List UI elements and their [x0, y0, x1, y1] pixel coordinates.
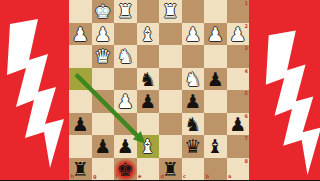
- square-d7[interactable]: [159, 135, 182, 158]
- file-label-b: b: [206, 174, 210, 179]
- square-g5[interactable]: [92, 90, 115, 113]
- square-g4[interactable]: [92, 68, 115, 91]
- square-a5[interactable]: 5: [227, 90, 250, 113]
- piece-white-knight[interactable]: ♞: [114, 45, 137, 68]
- piece-black-knight[interactable]: ♞: [137, 68, 160, 91]
- right-red-panel: [249, 0, 320, 180]
- piece-white-pawn[interactable]: ♟: [227, 23, 250, 46]
- square-c4[interactable]: ♞: [182, 68, 205, 91]
- piece-black-knight[interactable]: ♞: [182, 113, 205, 136]
- file-label-a: a: [228, 174, 231, 179]
- square-h6[interactable]: ♟: [69, 113, 92, 136]
- chess-board: ♚♜♜1♟♟♝♟♟♟2♛♞3♞♞♟4♟♟♟5♟♞♟6♟♟♝♛♝7♜hg♚fe♜d…: [69, 0, 249, 180]
- piece-white-pawn[interactable]: ♟: [182, 23, 205, 46]
- square-f1[interactable]: ♜: [114, 0, 137, 23]
- square-f3[interactable]: ♞: [114, 45, 137, 68]
- piece-white-pawn[interactable]: ♟: [204, 23, 227, 46]
- piece-white-bishop[interactable]: ♝: [137, 23, 160, 46]
- square-g7[interactable]: ♟: [92, 135, 115, 158]
- square-e2[interactable]: ♝: [137, 23, 160, 46]
- square-f4[interactable]: [114, 68, 137, 91]
- rank-label-4: 4: [245, 69, 248, 74]
- square-f8[interactable]: ♚f: [114, 158, 137, 181]
- square-f7[interactable]: ♟: [114, 135, 137, 158]
- square-e4[interactable]: ♞: [137, 68, 160, 91]
- file-label-e: e: [138, 174, 141, 179]
- square-a6[interactable]: ♟6: [227, 113, 250, 136]
- square-f6[interactable]: [114, 113, 137, 136]
- piece-white-rook[interactable]: ♜: [114, 0, 137, 23]
- square-c7[interactable]: ♛: [182, 135, 205, 158]
- square-d2[interactable]: [159, 23, 182, 46]
- square-a1[interactable]: 1: [227, 0, 250, 23]
- square-h8[interactable]: ♜h: [69, 158, 92, 181]
- piece-white-pawn[interactable]: ♟: [69, 23, 92, 46]
- square-d3[interactable]: [159, 45, 182, 68]
- rank-label-7: 7: [245, 136, 248, 141]
- square-a3[interactable]: 3: [227, 45, 250, 68]
- square-g8[interactable]: g: [92, 158, 115, 181]
- piece-white-rook[interactable]: ♜: [159, 0, 182, 23]
- square-e5[interactable]: ♟: [137, 90, 160, 113]
- square-a2[interactable]: ♟2: [227, 23, 250, 46]
- square-e1[interactable]: [137, 0, 160, 23]
- piece-black-bishop[interactable]: ♝: [204, 135, 227, 158]
- square-a7[interactable]: 7: [227, 135, 250, 158]
- piece-white-pawn[interactable]: ♟: [92, 23, 115, 46]
- piece-white-pawn[interactable]: ♟: [114, 90, 137, 113]
- square-d8[interactable]: ♜d: [159, 158, 182, 181]
- square-b7[interactable]: ♝: [204, 135, 227, 158]
- left-red-panel: [0, 0, 69, 180]
- square-a8[interactable]: 8a: [227, 158, 250, 181]
- piece-black-pawn[interactable]: ♟: [182, 90, 205, 113]
- video-thumbnail-stage: ♚♜♜1♟♟♝♟♟♟2♛♞3♞♞♟4♟♟♟5♟♞♟6♟♟♝♛♝7♜hg♚fe♜d…: [0, 0, 320, 180]
- piece-black-rook[interactable]: ♜: [159, 158, 182, 181]
- rank-label-3: 3: [245, 46, 248, 51]
- piece-black-pawn[interactable]: ♟: [137, 90, 160, 113]
- square-g6[interactable]: [92, 113, 115, 136]
- piece-black-pawn[interactable]: ♟: [227, 113, 250, 136]
- piece-black-king[interactable]: ♚: [114, 158, 137, 181]
- square-g3[interactable]: ♛: [92, 45, 115, 68]
- rank-label-1: 1: [245, 1, 248, 6]
- square-c3[interactable]: [182, 45, 205, 68]
- square-e3[interactable]: [137, 45, 160, 68]
- square-a4[interactable]: 4: [227, 68, 250, 91]
- piece-white-king[interactable]: ♚: [92, 0, 115, 23]
- piece-black-pawn[interactable]: ♟: [204, 68, 227, 91]
- square-c2[interactable]: ♟: [182, 23, 205, 46]
- square-b4[interactable]: ♟: [204, 68, 227, 91]
- piece-black-pawn[interactable]: ♟: [114, 135, 137, 158]
- rank-label-8: 8: [245, 159, 248, 164]
- piece-white-bishop[interactable]: ♝: [137, 135, 160, 158]
- square-f5[interactable]: ♟: [114, 90, 137, 113]
- square-d5[interactable]: [159, 90, 182, 113]
- square-h4[interactable]: [69, 68, 92, 91]
- square-h5[interactable]: [69, 90, 92, 113]
- square-c8[interactable]: c: [182, 158, 205, 181]
- square-d4[interactable]: [159, 68, 182, 91]
- square-h1[interactable]: [69, 0, 92, 23]
- square-b8[interactable]: b: [204, 158, 227, 181]
- square-f2[interactable]: [114, 23, 137, 46]
- file-label-g: g: [93, 174, 97, 179]
- square-c6[interactable]: ♞: [182, 113, 205, 136]
- square-h7[interactable]: [69, 135, 92, 158]
- piece-white-queen[interactable]: ♛: [92, 45, 115, 68]
- square-e7[interactable]: ♝: [137, 135, 160, 158]
- rank-label-5: 5: [245, 91, 248, 96]
- piece-black-pawn[interactable]: ♟: [92, 135, 115, 158]
- piece-black-queen[interactable]: ♛: [182, 135, 205, 158]
- square-b6[interactable]: [204, 113, 227, 136]
- piece-black-rook[interactable]: ♜: [69, 158, 92, 181]
- square-h3[interactable]: [69, 45, 92, 68]
- square-e8[interactable]: e: [137, 158, 160, 181]
- square-g1[interactable]: ♚: [92, 0, 115, 23]
- square-b2[interactable]: ♟: [204, 23, 227, 46]
- square-d6[interactable]: [159, 113, 182, 136]
- file-label-c: c: [183, 174, 186, 179]
- square-c5[interactable]: ♟: [182, 90, 205, 113]
- square-b5[interactable]: [204, 90, 227, 113]
- square-d1[interactable]: ♜: [159, 0, 182, 23]
- square-b3[interactable]: [204, 45, 227, 68]
- square-b1[interactable]: [204, 0, 227, 23]
- piece-white-knight[interactable]: ♞: [182, 68, 205, 91]
- square-h2[interactable]: ♟: [69, 23, 92, 46]
- lightning-bolt-right-icon: [249, 0, 320, 180]
- square-c1[interactable]: [182, 0, 205, 23]
- square-e6[interactable]: [137, 113, 160, 136]
- piece-black-pawn[interactable]: ♟: [69, 113, 92, 136]
- lightning-bolt-left-icon: [0, 0, 69, 180]
- square-g2[interactable]: ♟: [92, 23, 115, 46]
